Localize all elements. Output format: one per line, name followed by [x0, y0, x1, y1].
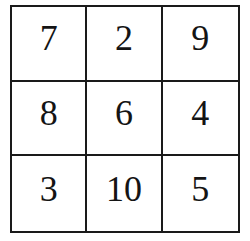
grid-cell-r3c3: 5 — [163, 156, 238, 231]
grid-cell-r1c2: 2 — [87, 7, 162, 82]
grid-cell-r2c2: 6 — [87, 82, 162, 157]
grid-cell-r3c1: 3 — [12, 156, 87, 231]
grid-cell-r1c3: 9 — [163, 7, 238, 82]
magic-square-grid: 7 2 9 8 6 4 3 10 5 — [10, 5, 240, 233]
grid-cell-r1c1: 7 — [12, 7, 87, 82]
magic-square-diagram: 7 2 9 8 6 4 3 10 5 — [0, 0, 250, 241]
grid-cell-r3c2: 10 — [87, 156, 162, 231]
grid-cell-r2c3: 4 — [163, 82, 238, 157]
grid-cell-r2c1: 8 — [12, 82, 87, 157]
